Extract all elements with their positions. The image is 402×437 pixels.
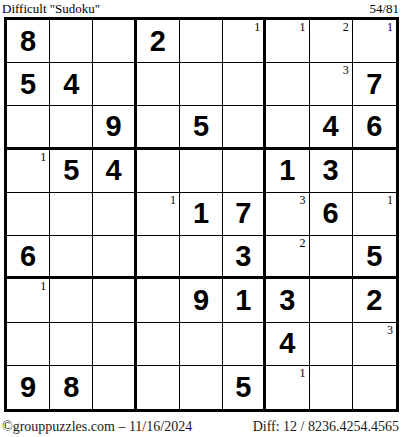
cell-r1c2[interactable] — [50, 20, 93, 63]
cell-r5c7[interactable]: 3 — [266, 193, 309, 236]
cell-r7c1[interactable]: 1 — [7, 279, 50, 322]
cell-r3c9[interactable]: 6 — [353, 106, 396, 149]
cell-r9c8[interactable] — [310, 366, 353, 409]
cell-r4c1[interactable]: 1 — [7, 150, 50, 193]
cell-r8c3[interactable] — [93, 323, 136, 366]
given-digit: 4 — [323, 112, 339, 141]
cell-r9c3[interactable] — [93, 366, 136, 409]
footer: ©grouppuzzles.com – 11/16/2024 Diff: 12 … — [0, 419, 402, 435]
cell-r3c5[interactable]: 5 — [180, 106, 223, 149]
cell-r1c9[interactable]: 1 — [353, 20, 396, 63]
cell-r3c3[interactable]: 9 — [93, 106, 136, 149]
cell-r9c2[interactable]: 8 — [50, 366, 93, 409]
cell-r4c4[interactable] — [137, 150, 180, 193]
cell-r1c8[interactable]: 2 — [310, 20, 353, 63]
pencil-mark: 3 — [387, 324, 393, 336]
cell-r9c6[interactable]: 5 — [223, 366, 266, 409]
given-digit: 5 — [235, 373, 251, 402]
given-digit: 3 — [323, 156, 339, 185]
cell-r7c4[interactable] — [137, 279, 180, 322]
cell-r7c8[interactable] — [310, 279, 353, 322]
cell-r4c5[interactable] — [180, 150, 223, 193]
pencil-mark: 1 — [387, 21, 393, 33]
cell-r3c4[interactable] — [137, 106, 180, 149]
difficulty-rating: Diff: 12 / 8236.4254.4565 — [253, 419, 399, 435]
cell-r2c5[interactable] — [180, 63, 223, 106]
given-digit: 5 — [20, 70, 36, 99]
given-digit: 7 — [366, 70, 382, 99]
cell-r1c1[interactable]: 8 — [7, 20, 50, 63]
cell-r8c4[interactable] — [137, 323, 180, 366]
given-digit: 9 — [20, 373, 36, 402]
cell-r6c1[interactable]: 6 — [7, 236, 50, 279]
cell-r3c7[interactable] — [266, 106, 309, 149]
given-digit: 9 — [105, 112, 121, 141]
cell-r8c5[interactable] — [180, 323, 223, 366]
pencil-mark: 1 — [300, 21, 306, 33]
pencil-mark: 2 — [343, 21, 349, 33]
cell-r1c5[interactable] — [180, 20, 223, 63]
given-digit: 8 — [63, 373, 79, 402]
cell-r6c2[interactable] — [50, 236, 93, 279]
given-digit: 4 — [63, 70, 79, 99]
header: Difficult "Sudoku" 54/81 — [0, 0, 402, 17]
cell-r7c9[interactable]: 2 — [353, 279, 396, 322]
cell-r6c8[interactable] — [310, 236, 353, 279]
cell-r5c3[interactable] — [93, 193, 136, 236]
cell-r2c4[interactable] — [137, 63, 180, 106]
cell-r9c4[interactable] — [137, 366, 180, 409]
pencil-mark: 2 — [300, 237, 306, 249]
cell-r5c2[interactable] — [50, 193, 93, 236]
cell-r5c8[interactable]: 6 — [310, 193, 353, 236]
given-digit: 3 — [235, 242, 251, 271]
copyright-date: ©grouppuzzles.com – 11/16/2024 — [2, 419, 192, 435]
cell-r1c3[interactable] — [93, 20, 136, 63]
cell-r8c7[interactable]: 4 — [266, 323, 309, 366]
cell-r8c8[interactable] — [310, 323, 353, 366]
pencil-mark: 3 — [300, 194, 306, 206]
cell-r3c1[interactable] — [7, 106, 50, 149]
pencil-mark: 1 — [300, 367, 306, 379]
pencil-mark: 1 — [170, 194, 176, 206]
cell-r1c6[interactable]: 1 — [223, 20, 266, 63]
cell-r2c3[interactable] — [93, 63, 136, 106]
given-digit: 9 — [193, 286, 209, 315]
given-digit: 1 — [193, 199, 209, 228]
cell-r2c1[interactable]: 5 — [7, 63, 50, 106]
cell-r7c6[interactable]: 1 — [223, 279, 266, 322]
cell-r6c4[interactable] — [137, 236, 180, 279]
cell-r9c9[interactable] — [353, 366, 396, 409]
cell-r7c5[interactable]: 9 — [180, 279, 223, 322]
pencil-mark: 1 — [40, 280, 46, 292]
cell-r3c8[interactable]: 4 — [310, 106, 353, 149]
cell-r4c3[interactable]: 4 — [93, 150, 136, 193]
cell-r7c7[interactable]: 3 — [266, 279, 309, 322]
cell-r8c2[interactable] — [50, 323, 93, 366]
given-digit: 5 — [366, 242, 382, 271]
cell-r1c4[interactable]: 2 — [137, 20, 180, 63]
cell-r3c2[interactable] — [50, 106, 93, 149]
given-digit: 8 — [20, 27, 36, 56]
given-digit: 6 — [323, 199, 339, 228]
cell-r4c6[interactable] — [223, 150, 266, 193]
given-digit: 4 — [105, 156, 121, 185]
cell-r8c1[interactable] — [7, 323, 50, 366]
cell-r4c8[interactable]: 3 — [310, 150, 353, 193]
given-digit: 7 — [235, 199, 251, 228]
cell-r6c7[interactable]: 2 — [266, 236, 309, 279]
cell-r8c9[interactable]: 3 — [353, 323, 396, 366]
cell-r5c6[interactable]: 7 — [223, 193, 266, 236]
given-digit: 6 — [20, 242, 36, 271]
cell-r4c2[interactable]: 5 — [50, 150, 93, 193]
puzzle-title: Difficult "Sudoku" — [2, 2, 100, 16]
cell-r6c6[interactable]: 3 — [223, 236, 266, 279]
cell-r1c7[interactable]: 1 — [266, 20, 309, 63]
given-digit: 1 — [235, 286, 251, 315]
cell-r2c2[interactable]: 4 — [50, 63, 93, 106]
pencil-mark: 1 — [40, 151, 46, 163]
given-digit: 2 — [150, 27, 166, 56]
pencil-mark: 3 — [343, 64, 349, 76]
cell-r9c5[interactable] — [180, 366, 223, 409]
pencil-mark: 1 — [387, 194, 393, 206]
cell-r2c9[interactable]: 7 — [353, 63, 396, 106]
cell-r6c5[interactable] — [180, 236, 223, 279]
cell-r2c6[interactable] — [223, 63, 266, 106]
cell-r7c2[interactable] — [50, 279, 93, 322]
cell-r9c7[interactable]: 1 — [266, 366, 309, 409]
cell-r9c1[interactable]: 9 — [7, 366, 50, 409]
cell-r3c6[interactable] — [223, 106, 266, 149]
cell-r8c6[interactable] — [223, 323, 266, 366]
cell-r2c8[interactable]: 3 — [310, 63, 353, 106]
cell-r7c3[interactable] — [93, 279, 136, 322]
given-digit: 3 — [279, 286, 295, 315]
given-digit: 5 — [63, 156, 79, 185]
cell-r5c4[interactable]: 1 — [137, 193, 180, 236]
given-digit: 4 — [279, 329, 295, 358]
cells-remaining-counter: 54/81 — [369, 2, 399, 16]
cell-r5c5[interactable]: 1 — [180, 193, 223, 236]
given-digit: 2 — [366, 286, 382, 315]
given-digit: 5 — [193, 112, 209, 141]
cell-r5c1[interactable] — [7, 193, 50, 236]
cell-r4c7[interactable]: 1 — [266, 150, 309, 193]
sudoku-board: 8211215437954615413117361632519132439851 — [4, 17, 399, 412]
given-digit: 6 — [366, 112, 382, 141]
given-digit: 1 — [279, 156, 295, 185]
cell-r2c7[interactable] — [266, 63, 309, 106]
cell-r4c9[interactable] — [353, 150, 396, 193]
pencil-mark: 1 — [254, 21, 260, 33]
cell-r6c3[interactable] — [93, 236, 136, 279]
cell-r5c9[interactable]: 1 — [353, 193, 396, 236]
cell-r6c9[interactable]: 5 — [353, 236, 396, 279]
